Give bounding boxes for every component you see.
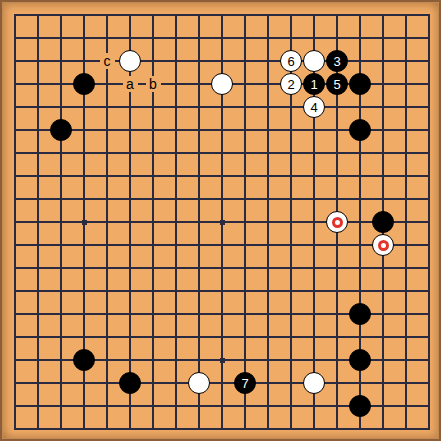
move-number: 7 <box>241 377 248 390</box>
white-stone: 2 <box>280 73 302 95</box>
board-grid: 3157624cab <box>2 2 439 439</box>
white-stone <box>119 50 141 72</box>
black-stone <box>349 395 371 417</box>
white-stone <box>211 73 233 95</box>
circle-mark-icon <box>332 217 343 228</box>
grid-line-horizontal <box>14 428 430 430</box>
point-label-c: c <box>100 53 115 69</box>
grid-line-horizontal <box>14 336 430 338</box>
black-stone <box>349 349 371 371</box>
black-stone <box>73 349 95 371</box>
move-number: 5 <box>333 78 340 91</box>
move-number: 4 <box>310 101 317 114</box>
black-stone <box>73 73 95 95</box>
hoshi-point <box>220 358 225 363</box>
grid-line-horizontal <box>14 290 430 292</box>
black-stone <box>372 211 394 233</box>
circle-mark-icon <box>378 240 389 251</box>
hoshi-point <box>82 220 87 225</box>
grid-line-vertical <box>244 14 246 430</box>
point-label-b: b <box>146 76 161 92</box>
go-board: 3157624cab <box>0 0 441 441</box>
move-number: 2 <box>287 78 294 91</box>
black-stone: 1 <box>303 73 325 95</box>
white-stone: 6 <box>280 50 302 72</box>
grid-line-vertical <box>428 14 430 430</box>
move-number: 1 <box>310 78 317 91</box>
white-stone <box>303 50 325 72</box>
grid-line-horizontal <box>14 267 430 269</box>
grid-line-vertical <box>405 14 407 430</box>
white-stone <box>372 234 394 256</box>
white-stone <box>303 372 325 394</box>
black-stone: 3 <box>326 50 348 72</box>
move-number: 3 <box>333 55 340 68</box>
point-label-a: a <box>123 76 138 92</box>
black-stone <box>119 372 141 394</box>
black-stone <box>349 303 371 325</box>
white-stone: 4 <box>303 96 325 118</box>
hoshi-point <box>220 220 225 225</box>
black-stone <box>349 73 371 95</box>
black-stone <box>349 119 371 141</box>
grid-line-horizontal <box>14 244 430 246</box>
black-stone: 7 <box>234 372 256 394</box>
move-number: 6 <box>287 55 294 68</box>
black-stone <box>50 119 72 141</box>
grid-line-horizontal <box>14 382 430 384</box>
black-stone: 5 <box>326 73 348 95</box>
grid-line-vertical <box>267 14 269 430</box>
white-stone <box>188 372 210 394</box>
white-stone <box>326 211 348 233</box>
